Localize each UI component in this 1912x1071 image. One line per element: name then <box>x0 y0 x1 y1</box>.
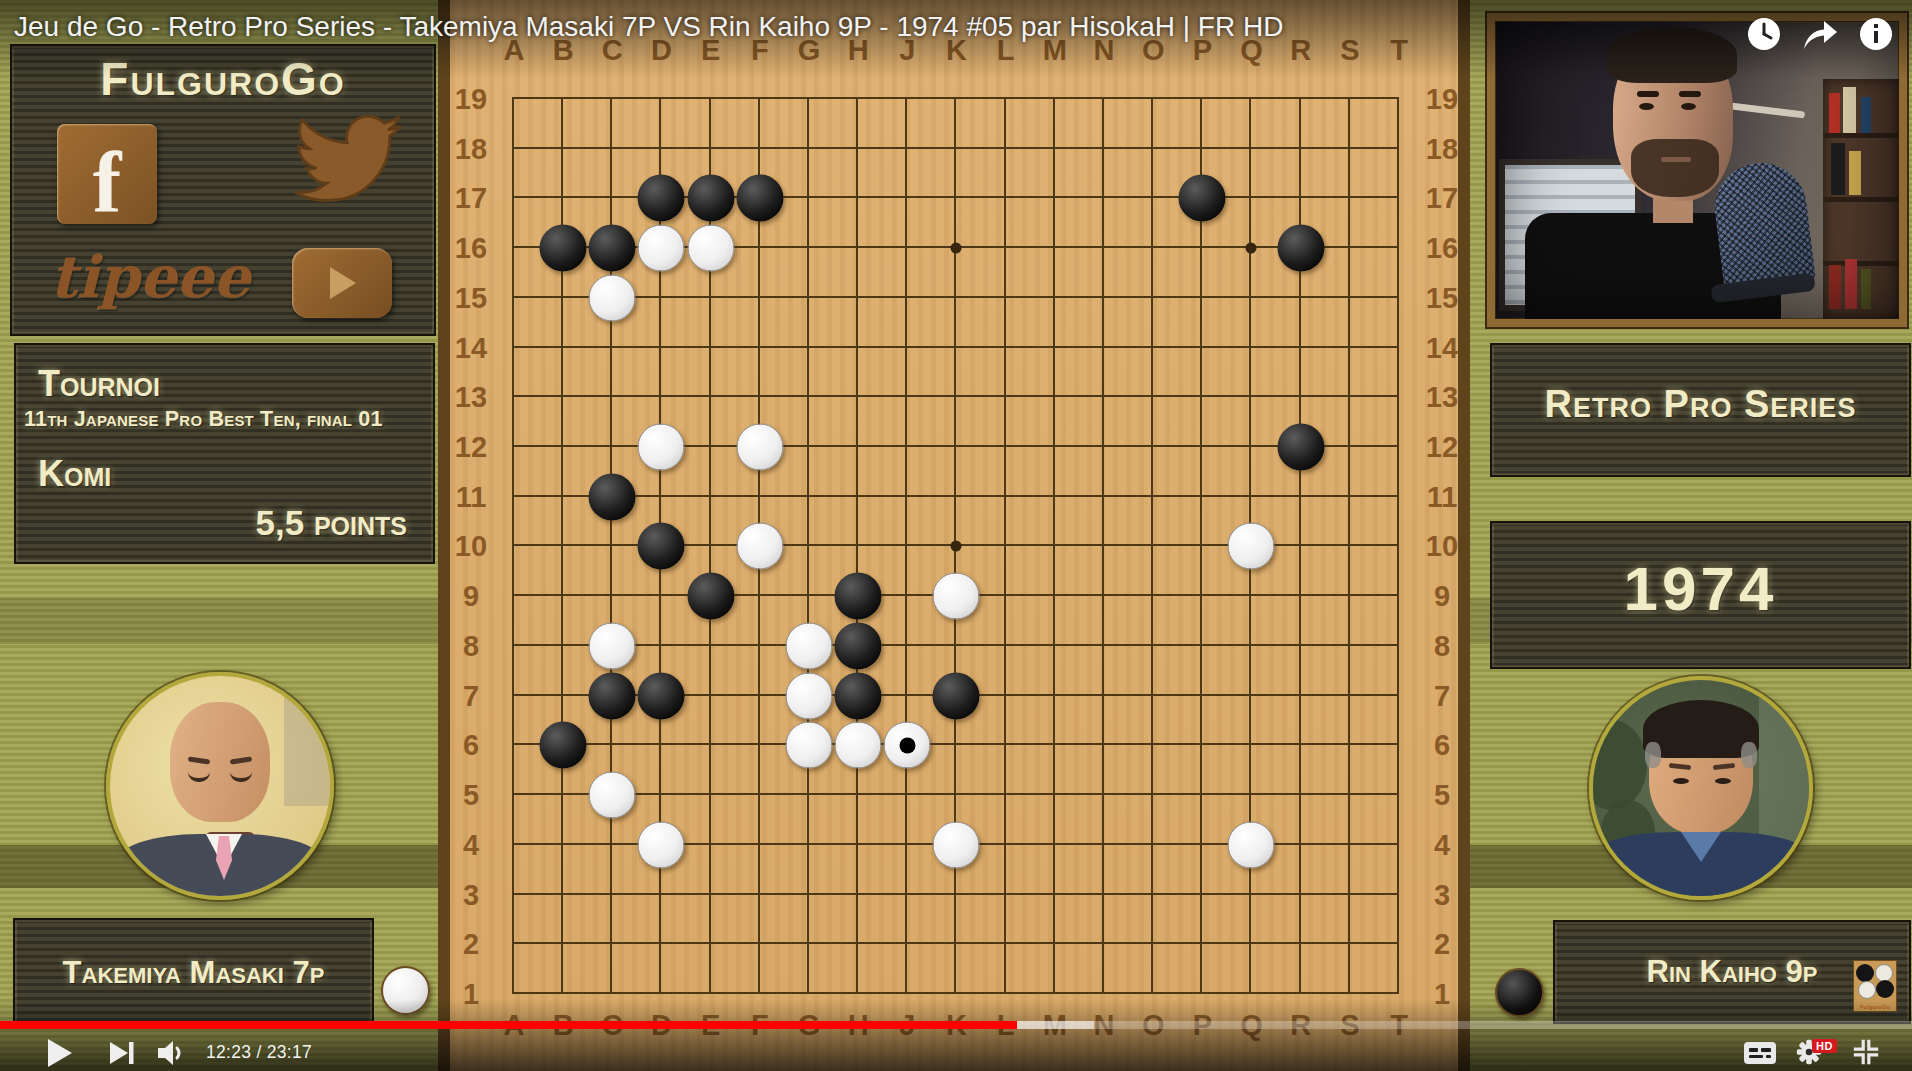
coord-row-right-7: 7 <box>1434 679 1450 712</box>
stone-black-D10 <box>638 523 685 570</box>
coord-row-right-3: 3 <box>1434 878 1450 911</box>
coord-row-right-17: 17 <box>1426 182 1458 215</box>
stone-white-C8 <box>589 622 636 669</box>
stone-white-D16 <box>638 225 685 272</box>
video-player: AABBCCDDEEFFGGHHJJKKLLMMNNOOPPQQRRSSTT19… <box>0 0 1912 1071</box>
face-detail <box>1715 778 1731 784</box>
rin-portrait <box>1589 676 1813 900</box>
komi-value: 5,5 points <box>256 503 407 543</box>
stone-black-B6 <box>540 722 587 769</box>
coord-row-right-6: 6 <box>1434 729 1450 762</box>
stone-black-B16 <box>540 225 587 272</box>
coord-row-left-19: 19 <box>455 83 487 116</box>
progress-bar[interactable] <box>0 1021 1912 1029</box>
youtube-play-triangle <box>330 267 356 299</box>
coord-row-left-6: 6 <box>463 729 479 762</box>
face-detail <box>1645 742 1661 768</box>
coord-row-right-9: 9 <box>1434 580 1450 613</box>
coord-row-left-10: 10 <box>455 530 487 563</box>
stone-white-H6 <box>835 722 882 769</box>
coord-row-left-3: 3 <box>463 878 479 911</box>
coord-row-left-15: 15 <box>455 281 487 314</box>
series-title: Retro Pro Series <box>1492 383 1909 426</box>
stone-black-C7 <box>589 672 636 719</box>
coord-row-right-14: 14 <box>1426 331 1458 364</box>
watch-later-icon[interactable] <box>1746 16 1782 52</box>
face-detail <box>1673 778 1689 784</box>
coord-row-right-13: 13 <box>1426 381 1458 414</box>
coord-row-left-13: 13 <box>455 381 487 414</box>
stone-black-H8 <box>835 622 882 669</box>
coord-row-left-11: 11 <box>456 480 487 513</box>
face-detail <box>1741 742 1757 768</box>
komi-label: Komi <box>38 453 111 495</box>
star-point <box>951 541 962 552</box>
coord-row-left-12: 12 <box>455 431 487 464</box>
coord-row-left-7: 7 <box>463 679 479 712</box>
coord-row-left-14: 14 <box>455 331 487 364</box>
subtitles-icon[interactable] <box>1744 1042 1776 1064</box>
stone-black-C16 <box>589 225 636 272</box>
coord-row-left-5: 5 <box>463 779 479 812</box>
stone-white-F10 <box>736 523 783 570</box>
stone-black-E9 <box>687 573 734 620</box>
twitter-icon[interactable] <box>290 114 406 210</box>
coord-row-right-4: 4 <box>1434 828 1450 861</box>
hd-badge: HD <box>1812 1039 1837 1053</box>
coord-row-right-12: 12 <box>1426 431 1458 464</box>
stone-white-E16 <box>687 225 734 272</box>
stone-black-H9 <box>835 573 882 620</box>
coord-row-right-18: 18 <box>1426 132 1458 165</box>
stone-white-Q10 <box>1228 523 1275 570</box>
stone-white-K9 <box>933 573 980 620</box>
volume-icon[interactable] <box>156 1038 190 1068</box>
info-icon[interactable] <box>1858 16 1894 52</box>
exit-fullscreen-icon[interactable] <box>1851 1037 1881 1067</box>
stone-black-D17 <box>638 175 685 222</box>
stone-black-R16 <box>1277 225 1324 272</box>
year-panel: 1974 <box>1490 521 1911 669</box>
stone-white-G6 <box>785 722 832 769</box>
stone-black-R12 <box>1277 424 1324 471</box>
coord-row-right-19: 19 <box>1426 83 1458 116</box>
play-button[interactable] <box>48 1039 72 1067</box>
coord-row-left-4: 4 <box>463 828 479 861</box>
stone-white-D12 <box>638 424 685 471</box>
last-move-marker <box>899 737 915 753</box>
coord-row-right-10: 10 <box>1426 530 1458 563</box>
coord-row-left-16: 16 <box>455 232 487 265</box>
star-point <box>1246 243 1257 254</box>
coord-row-right-16: 16 <box>1426 232 1458 265</box>
coord-row-right-11: 11 <box>1427 480 1458 513</box>
stone-white-C15 <box>589 274 636 321</box>
coord-row-left-18: 18 <box>455 132 487 165</box>
coord-row-left-17: 17 <box>455 182 487 215</box>
tournament-label: Tournoi <box>38 363 160 405</box>
video-title[interactable]: Jeu de Go - Retro Pro Series - Takemiya … <box>14 11 1283 43</box>
stone-black-H7 <box>835 672 882 719</box>
stone-white-G7 <box>785 672 832 719</box>
youtube-icon[interactable] <box>292 248 392 318</box>
year-value: 1974 <box>1492 553 1909 624</box>
tournament-value: 11th Japanese Pro Best Ten, final 01 <box>24 407 424 432</box>
coord-row-right-5: 5 <box>1434 779 1450 812</box>
stone-white-F12 <box>736 424 783 471</box>
coord-row-left-9: 9 <box>463 580 479 613</box>
stone-white-K4 <box>933 821 980 868</box>
coord-row-right-8: 8 <box>1434 629 1450 662</box>
coord-row-right-15: 15 <box>1426 281 1458 314</box>
time-display: 12:23 / 23:17 <box>206 1042 312 1063</box>
tournament-panel: Tournoi 11th Japanese Pro Best Ten, fina… <box>14 343 435 564</box>
stone-black-C11 <box>589 473 636 520</box>
tipeee-icon[interactable]: tipeee <box>50 244 265 318</box>
facebook-icon[interactable]: f <box>57 124 157 224</box>
stone-white-J6 <box>884 722 931 769</box>
progress-played <box>0 1021 1017 1029</box>
stone-white-Q4 <box>1228 821 1275 868</box>
player-controls: 12:23 / 23:17 <box>0 1034 1912 1071</box>
white-player-name: Takemiya Masaki 7p <box>15 955 372 991</box>
branding-panel: FulguroGo f tipeee <box>10 44 436 336</box>
coord-row-left-2: 2 <box>463 928 479 961</box>
takemiya-portrait <box>106 672 334 900</box>
stone-black-P17 <box>1179 175 1226 222</box>
stone-black-D7 <box>638 672 685 719</box>
takemiya-face <box>170 702 270 822</box>
stone-white-D4 <box>638 821 685 868</box>
stone-black-K7 <box>933 672 980 719</box>
stone-black-F17 <box>736 175 783 222</box>
coord-row-left-8: 8 <box>463 629 479 662</box>
next-button[interactable] <box>108 1039 138 1067</box>
share-icon[interactable] <box>1800 17 1840 51</box>
stone-white-G8 <box>785 622 832 669</box>
series-panel: Retro Pro Series <box>1490 343 1911 477</box>
stone-white-C5 <box>589 772 636 819</box>
stone-black-E17 <box>687 175 734 222</box>
star-point <box>951 243 962 254</box>
coord-row-right-2: 2 <box>1434 928 1450 961</box>
